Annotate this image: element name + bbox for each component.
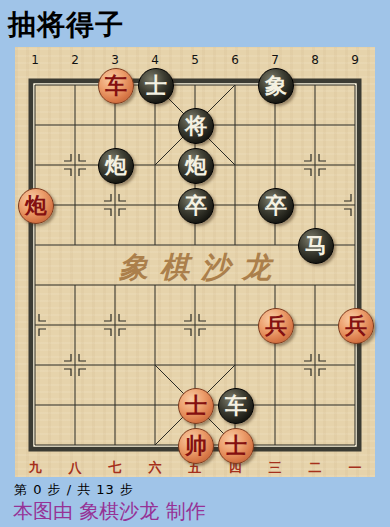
piece-black-general[interactable]: 将: [178, 108, 214, 144]
piece-black-soldier[interactable]: 卒: [178, 188, 214, 224]
file-label-top: 8: [295, 53, 335, 67]
piece-red-advisor[interactable]: 士: [218, 428, 254, 464]
xiangqi-board: 123456789 象棋沙龙 车士象将炮炮炮卒卒马兵兵士车帅士 九八七六五四三二…: [15, 47, 375, 477]
file-label-top: 1: [15, 53, 55, 67]
file-label-top: 9: [335, 53, 375, 67]
file-label-top: 2: [55, 53, 95, 67]
piece-red-cannon[interactable]: 炮: [18, 188, 54, 224]
piece-black-soldier[interactable]: 卒: [258, 188, 294, 224]
file-label-top: 3: [95, 53, 135, 67]
file-label-bottom: 一: [335, 459, 375, 477]
piece-black-horse[interactable]: 马: [298, 228, 334, 264]
piece-red-advisor[interactable]: 士: [178, 388, 214, 424]
piece-black-cannon[interactable]: 炮: [178, 148, 214, 184]
file-label-top: 6: [215, 53, 255, 67]
piece-black-advisor[interactable]: 士: [138, 68, 174, 104]
piece-red-general[interactable]: 帅: [178, 428, 214, 464]
piece-red-chariot[interactable]: 车: [98, 68, 134, 104]
move-counter: 第 0 步 / 共 13 步: [14, 481, 134, 499]
piece-black-elephant[interactable]: 象: [258, 68, 294, 104]
file-label-bottom: 八: [55, 459, 95, 477]
file-labels-top: 123456789: [15, 53, 375, 69]
piece-red-soldier[interactable]: 兵: [338, 308, 374, 344]
page-title: 抽将得子: [8, 6, 124, 44]
file-label-top: 4: [135, 53, 175, 67]
file-label-bottom: 六: [135, 459, 175, 477]
file-label-bottom: 七: [95, 459, 135, 477]
file-label-top: 5: [175, 53, 215, 67]
piece-black-cannon[interactable]: 炮: [98, 148, 134, 184]
app-window: 抽将得子 123456789 象棋沙龙 车士象将炮炮炮卒卒马兵兵士车帅士 九八七…: [0, 0, 390, 527]
credit-line: 本图由 象棋沙龙 制作: [13, 498, 206, 525]
file-label-bottom: 二: [295, 459, 335, 477]
file-label-bottom: 三: [255, 459, 295, 477]
piece-red-soldier[interactable]: 兵: [258, 308, 294, 344]
piece-black-chariot[interactable]: 车: [218, 388, 254, 424]
file-label-bottom: 九: [15, 459, 55, 477]
file-label-top: 7: [255, 53, 295, 67]
